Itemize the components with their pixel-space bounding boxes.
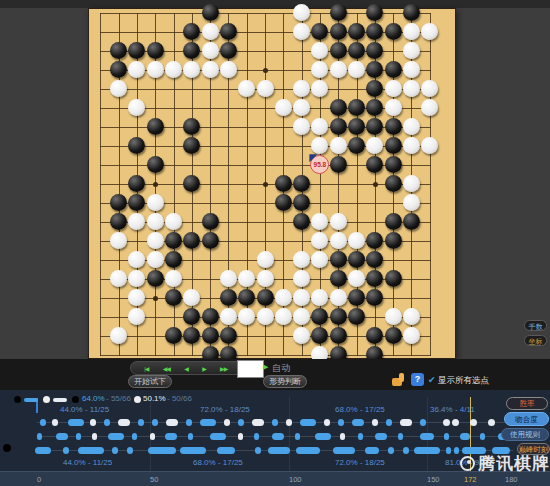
black-stone xyxy=(110,194,127,211)
move-dot[interactable] xyxy=(217,447,235,454)
white-stone xyxy=(311,42,328,59)
app-window: 95.8 手数 坐标 |◀◀◀◀▶▶▶▶| ▶ 自动 开始试下 形势判断 ? ✔… xyxy=(0,0,550,486)
white-stone xyxy=(147,251,164,268)
black-stone xyxy=(165,289,182,306)
axis-label: 100 xyxy=(289,475,302,484)
white-stone xyxy=(238,308,255,325)
white-stone xyxy=(403,327,420,344)
move-dot[interactable] xyxy=(104,419,110,426)
move-dot[interactable] xyxy=(186,419,192,426)
segment-stat: 72.0% - 18/25 xyxy=(200,405,250,414)
black-stone xyxy=(220,327,237,344)
black-stone xyxy=(385,270,402,287)
segment-stat: 44.0% - 11/25 xyxy=(60,405,109,414)
black-stone xyxy=(147,270,164,287)
white-stone xyxy=(421,137,438,154)
move-dot[interactable] xyxy=(452,419,459,426)
move-dot[interactable] xyxy=(40,419,46,426)
white-stone xyxy=(421,80,438,97)
axis-label: 0 xyxy=(37,475,41,484)
black-stone xyxy=(348,99,365,116)
black-stone xyxy=(385,137,402,154)
move-dot[interactable] xyxy=(324,419,330,426)
move-dot[interactable] xyxy=(388,447,394,454)
black-stone xyxy=(366,61,383,78)
black-stone xyxy=(330,118,347,135)
move-dot[interactable] xyxy=(188,433,193,440)
move-dot[interactable] xyxy=(420,433,434,440)
move-dot[interactable] xyxy=(254,433,259,440)
black-stone xyxy=(330,42,347,59)
white-stone xyxy=(421,99,438,116)
white-stone xyxy=(293,80,310,97)
move-dot[interactable] xyxy=(398,433,403,440)
black-stone xyxy=(128,175,145,192)
white-stone xyxy=(421,23,438,40)
move-dot[interactable] xyxy=(180,447,206,454)
black-stone xyxy=(366,4,383,21)
segment-stat: 36.4% - 4/11 xyxy=(430,405,475,414)
black-stone xyxy=(403,4,420,21)
black-stone xyxy=(220,23,237,40)
move-dot[interactable] xyxy=(68,419,84,426)
white-stone xyxy=(293,327,310,344)
coordinates-label: 坐标 xyxy=(529,338,543,345)
game-start-dot xyxy=(3,444,11,452)
white-legend-dot xyxy=(43,396,50,403)
black-stone xyxy=(348,308,365,325)
move-dot[interactable] xyxy=(460,433,470,440)
white-stone xyxy=(403,23,420,40)
star-point xyxy=(153,182,158,187)
move-dot[interactable] xyxy=(286,419,292,426)
white-stone xyxy=(330,213,347,230)
move-dot[interactable] xyxy=(138,419,144,426)
play-icon[interactable]: ▶ xyxy=(202,365,206,372)
black-stone xyxy=(238,289,255,306)
first-icon[interactable]: |◀ xyxy=(144,365,148,372)
black-stone xyxy=(165,251,182,268)
thumbs-up-icon[interactable] xyxy=(392,373,407,387)
black-stone xyxy=(165,327,182,344)
black-stat-dot xyxy=(72,396,79,403)
panel-button-使用规则[interactable]: 使用规则 xyxy=(501,428,549,441)
black-stone xyxy=(366,23,383,40)
black-line-swatch xyxy=(24,398,38,402)
black-winrate: 64.0% xyxy=(82,394,105,403)
black-stone xyxy=(385,156,402,173)
move-dot[interactable] xyxy=(272,419,278,426)
move-dot[interactable] xyxy=(200,419,216,426)
white-stone xyxy=(275,289,292,306)
black-stone xyxy=(330,23,347,40)
white-stone xyxy=(403,194,420,211)
coordinates-button[interactable]: 坐标 xyxy=(524,335,547,346)
white-stone xyxy=(110,80,127,97)
black-stone xyxy=(311,327,328,344)
white-stat-dot xyxy=(134,396,141,403)
panel-button-胜率[interactable]: 胜率 xyxy=(506,397,548,410)
move-dot[interactable] xyxy=(238,419,244,426)
black-legend-dot xyxy=(14,396,21,403)
white-stone xyxy=(403,308,420,325)
move-dot[interactable] xyxy=(315,433,331,440)
judge-button[interactable]: 形势判断 xyxy=(263,375,307,388)
white-stone xyxy=(257,308,274,325)
black-stone xyxy=(183,327,200,344)
white-stone xyxy=(330,289,347,306)
white-stone xyxy=(183,289,200,306)
white-stone xyxy=(165,61,182,78)
black-stone xyxy=(385,213,402,230)
black-stone xyxy=(183,118,200,135)
black-stone xyxy=(183,175,200,192)
black-stone xyxy=(385,61,402,78)
control-strip: |◀◀◀◀▶▶▶▶| ▶ 自动 开始试下 形势判断 ? ✔ 显示所有选点 xyxy=(0,359,550,390)
white-stone xyxy=(293,4,310,21)
black-stone xyxy=(330,156,347,173)
black-stone xyxy=(366,327,383,344)
black-stone xyxy=(403,213,420,230)
black-stone xyxy=(275,194,292,211)
black-stone xyxy=(385,232,402,249)
black-stone xyxy=(293,175,310,192)
white-stone xyxy=(202,42,219,59)
move-dot[interactable] xyxy=(272,433,284,440)
star-point xyxy=(263,182,268,187)
white-stone xyxy=(311,61,328,78)
move-dot[interactable] xyxy=(400,419,412,426)
white-stone xyxy=(220,308,237,325)
move-dot[interactable] xyxy=(268,447,290,454)
black-stone xyxy=(202,4,219,21)
black-stone xyxy=(330,270,347,287)
white-stone xyxy=(348,61,365,78)
black-stone xyxy=(366,99,383,116)
move-dot[interactable] xyxy=(372,419,378,426)
watermark: 腾讯棋牌 xyxy=(460,452,550,475)
show-all-points-checkbox[interactable]: ✔ 显示所有选点 xyxy=(428,375,489,387)
move-dot[interactable] xyxy=(333,447,355,454)
move-dot[interactable] xyxy=(403,447,409,454)
suggested-move-marker[interactable]: 95.8 xyxy=(310,155,329,174)
white-stone xyxy=(147,213,164,230)
black-stone xyxy=(183,232,200,249)
white-stone xyxy=(293,23,310,40)
white-stone xyxy=(330,137,347,154)
black-stone xyxy=(385,175,402,192)
move-dot[interactable] xyxy=(127,447,133,454)
move-dot[interactable] xyxy=(238,433,243,440)
black-stone xyxy=(366,289,383,306)
black-stone xyxy=(385,327,402,344)
white-stone xyxy=(238,80,255,97)
white-stone xyxy=(110,270,127,287)
white-stone xyxy=(220,61,237,78)
top-strip xyxy=(0,0,550,8)
check-icon: ✔ xyxy=(428,375,436,385)
black-stone xyxy=(348,118,365,135)
black-stone xyxy=(183,308,200,325)
white-stone xyxy=(147,232,164,249)
move-dot[interactable] xyxy=(112,447,118,454)
move-dot[interactable] xyxy=(488,419,495,426)
segment-stat: 68.0% - 17/25 xyxy=(335,405,385,414)
move-dot[interactable] xyxy=(296,447,320,454)
white-stone xyxy=(366,137,383,154)
black-stone xyxy=(330,251,347,268)
black-stone xyxy=(366,270,383,287)
white-stone xyxy=(311,137,328,154)
go-board[interactable]: 95.8 xyxy=(88,8,456,359)
black-stone xyxy=(147,156,164,173)
white-stone xyxy=(257,251,274,268)
white-stone xyxy=(128,99,145,116)
move-dot[interactable] xyxy=(52,419,58,426)
segment-stat: 72.0% - 18/25 xyxy=(335,458,385,467)
black-stone xyxy=(385,118,402,135)
move-dot[interactable] xyxy=(444,433,449,440)
white-stone xyxy=(403,137,420,154)
black-stone xyxy=(366,118,383,135)
white-stone xyxy=(311,118,328,135)
black-stone xyxy=(257,289,274,306)
white-stone xyxy=(165,213,182,230)
white-stone xyxy=(128,289,145,306)
move-dot[interactable] xyxy=(300,419,316,426)
white-stone xyxy=(311,251,328,268)
move-dot[interactable] xyxy=(352,419,364,426)
ai-flag-icon xyxy=(309,154,317,162)
black-stone xyxy=(110,61,127,78)
black-stone xyxy=(330,4,347,21)
black-stone xyxy=(110,42,127,59)
white-stone xyxy=(293,251,310,268)
move-dot[interactable] xyxy=(63,447,69,454)
white-stone xyxy=(275,308,292,325)
white-stone xyxy=(403,175,420,192)
black-stone xyxy=(220,42,237,59)
panel-button-吻合度[interactable]: 吻合度 xyxy=(504,412,549,426)
axis-gridline xyxy=(289,397,290,471)
autoplay-icon[interactable]: ▶ xyxy=(263,363,268,371)
white-stone xyxy=(385,80,402,97)
white-stone xyxy=(128,251,145,268)
white-winrate: 50.1% xyxy=(143,394,166,403)
autoplay-label: 自动 xyxy=(272,362,290,375)
white-stone xyxy=(403,42,420,59)
white-stone xyxy=(311,232,328,249)
grid-line xyxy=(430,13,431,356)
white-stone xyxy=(257,270,274,287)
move-dot[interactable] xyxy=(165,433,177,440)
move-dot[interactable] xyxy=(414,447,440,454)
move-dot[interactable] xyxy=(35,447,51,454)
black-stone xyxy=(275,175,292,192)
move-dot[interactable] xyxy=(78,447,104,454)
move-dot[interactable] xyxy=(166,419,178,426)
black-match-detail: - 55/66 xyxy=(106,394,131,403)
move-dot[interactable] xyxy=(255,447,261,454)
black-stone xyxy=(330,99,347,116)
white-stone xyxy=(330,232,347,249)
black-stone xyxy=(202,308,219,325)
black-stone xyxy=(366,251,383,268)
white-stone xyxy=(147,194,164,211)
black-stone xyxy=(348,23,365,40)
white-stone xyxy=(202,61,219,78)
black-stone xyxy=(311,308,328,325)
back-icon[interactable]: ◀ xyxy=(184,365,188,372)
white-stone xyxy=(403,118,420,135)
white-stone xyxy=(311,289,328,306)
white-stone xyxy=(348,232,365,249)
white-stone xyxy=(293,289,310,306)
white-stone xyxy=(202,23,219,40)
segment-stat: 68.0% - 17/25 xyxy=(193,458,243,467)
rewind-icon[interactable]: ◀◀ xyxy=(163,365,170,372)
black-stone xyxy=(293,213,310,230)
move-dot[interactable] xyxy=(295,433,300,440)
white-stone xyxy=(403,61,420,78)
white-stone xyxy=(330,61,347,78)
move-dot[interactable] xyxy=(152,419,158,426)
white-stone xyxy=(293,118,310,135)
white-stone xyxy=(403,80,420,97)
black-stone xyxy=(128,194,145,211)
move-dot[interactable] xyxy=(76,433,81,440)
white-stone xyxy=(165,270,182,287)
white-stone xyxy=(128,308,145,325)
white-stone xyxy=(385,308,402,325)
black-stone xyxy=(128,42,145,59)
show-all-points-label: 显示所有选点 xyxy=(438,375,489,385)
white-stone xyxy=(311,213,328,230)
white-stone xyxy=(110,327,127,344)
black-stone xyxy=(147,42,164,59)
move-dot[interactable] xyxy=(148,447,176,454)
black-stone xyxy=(202,232,219,249)
white-stone xyxy=(257,80,274,97)
black-stone xyxy=(330,327,347,344)
move-dot[interactable] xyxy=(108,433,124,440)
watermark-text: 腾讯棋牌 xyxy=(478,452,550,475)
black-stone xyxy=(293,194,310,211)
black-stone xyxy=(147,118,164,135)
black-stone xyxy=(220,289,237,306)
black-stone xyxy=(348,137,365,154)
forward-icon[interactable]: ▶▶ xyxy=(220,365,227,372)
star-point xyxy=(153,296,158,301)
move-dot[interactable] xyxy=(338,419,344,426)
white-stone xyxy=(293,99,310,116)
current-move-label: 172 xyxy=(464,475,477,484)
white-stone xyxy=(128,213,145,230)
star-point xyxy=(263,68,268,73)
help-icon[interactable]: ? xyxy=(411,373,424,386)
move-dot[interactable] xyxy=(340,433,345,440)
black-stone xyxy=(366,42,383,59)
move-dot[interactable] xyxy=(454,447,459,454)
black-stone xyxy=(311,23,328,40)
white-stone xyxy=(183,61,200,78)
black-stone xyxy=(183,137,200,154)
move-dot[interactable] xyxy=(480,433,485,440)
move-dot[interactable] xyxy=(470,419,477,426)
move-dot[interactable] xyxy=(56,433,68,440)
move-dot[interactable] xyxy=(446,447,451,454)
axis-label: 150 xyxy=(427,475,440,484)
black-stone xyxy=(128,137,145,154)
white-stone xyxy=(348,270,365,287)
move-dot[interactable] xyxy=(118,419,130,426)
white-stone xyxy=(238,270,255,287)
white-stone xyxy=(128,61,145,78)
black-stone xyxy=(366,156,383,173)
black-stone xyxy=(366,232,383,249)
move-dot[interactable] xyxy=(210,433,226,440)
black-stone xyxy=(366,80,383,97)
black-stone xyxy=(165,232,182,249)
move-dot[interactable] xyxy=(420,419,426,426)
star-point xyxy=(373,182,378,187)
white-stone xyxy=(110,232,127,249)
white-stone xyxy=(293,308,310,325)
black-stone xyxy=(330,308,347,325)
trial-play-button[interactable]: 开始试下 xyxy=(128,375,172,388)
black-stone xyxy=(183,23,200,40)
white-stone xyxy=(385,99,402,116)
move-numbers-label: 手数 xyxy=(529,323,543,330)
move-dot[interactable] xyxy=(224,419,230,426)
move-dot[interactable] xyxy=(92,433,97,440)
white-stone xyxy=(220,270,237,287)
white-match-detail: - 50/66 xyxy=(167,394,192,403)
move-dot[interactable] xyxy=(132,433,137,440)
move-dot[interactable] xyxy=(358,433,363,440)
black-stone xyxy=(348,42,365,59)
move-numbers-button[interactable]: 手数 xyxy=(524,320,547,331)
black-stone xyxy=(202,213,219,230)
white-stone xyxy=(293,270,310,287)
axis-label: 50 xyxy=(150,475,158,484)
move-dot[interactable] xyxy=(252,419,264,426)
move-dot[interactable] xyxy=(443,419,450,426)
move-dot[interactable] xyxy=(365,447,379,454)
white-stone xyxy=(128,270,145,287)
white-stone xyxy=(275,99,292,116)
move-dot[interactable] xyxy=(375,433,387,440)
black-stone xyxy=(348,251,365,268)
segment-stat: 44.0% - 11/25 xyxy=(63,458,112,467)
move-dot[interactable] xyxy=(90,419,96,426)
brand-logo-icon xyxy=(460,456,475,471)
white-stone xyxy=(311,80,328,97)
move-dot[interactable] xyxy=(386,419,392,426)
move-dot[interactable] xyxy=(37,433,42,440)
black-stone xyxy=(385,23,402,40)
end-move-label: 180 xyxy=(505,475,518,484)
move-number-input[interactable] xyxy=(237,360,264,378)
white-line-swatch xyxy=(53,398,67,402)
black-stone xyxy=(183,42,200,59)
black-stone xyxy=(202,327,219,344)
white-stone xyxy=(147,61,164,78)
black-stone xyxy=(348,289,365,306)
move-dot[interactable] xyxy=(150,433,155,440)
black-stone xyxy=(110,213,127,230)
